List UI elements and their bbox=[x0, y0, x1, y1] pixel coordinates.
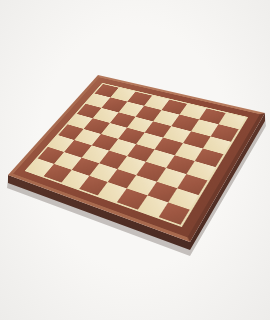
chessboard-product-photo bbox=[0, 0, 270, 320]
chess-board bbox=[8, 75, 265, 242]
